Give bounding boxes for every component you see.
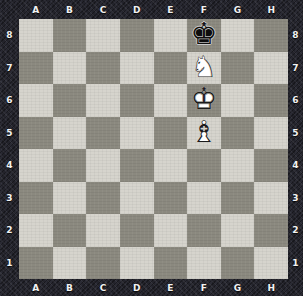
file-labels-top: ABCDEFGH: [19, 0, 288, 19]
file-label-a: A: [19, 279, 53, 296]
square-d8[interactable]: [120, 19, 154, 52]
square-g2[interactable]: [221, 214, 255, 247]
square-a7[interactable]: [19, 52, 53, 85]
square-c4[interactable]: [86, 149, 120, 182]
file-label-h: H: [254, 0, 288, 19]
rank-label-5: 5: [288, 117, 303, 150]
piece-white-king[interactable]: ♔: [190, 84, 217, 114]
file-label-a: A: [19, 0, 53, 19]
file-label-d: D: [120, 279, 154, 296]
square-a8[interactable]: [19, 19, 53, 52]
rank-label-2: 2: [0, 214, 19, 247]
file-label-f: F: [187, 279, 221, 296]
rank-label-6: 6: [0, 84, 19, 117]
square-c1[interactable]: [86, 247, 120, 280]
square-c7[interactable]: [86, 52, 120, 85]
file-label-g: G: [221, 0, 255, 19]
file-label-g: G: [221, 279, 255, 296]
square-b4[interactable]: [53, 149, 87, 182]
square-g5[interactable]: [221, 117, 255, 150]
square-e6[interactable]: [154, 84, 188, 117]
rank-label-1: 1: [0, 247, 19, 280]
rank-label-8: 8: [288, 19, 303, 52]
square-h3[interactable]: [254, 182, 288, 215]
square-e5[interactable]: [154, 117, 188, 150]
square-g6[interactable]: [221, 84, 255, 117]
square-h5[interactable]: [254, 117, 288, 150]
square-d2[interactable]: [120, 214, 154, 247]
square-g4[interactable]: [221, 149, 255, 182]
square-e3[interactable]: [154, 182, 188, 215]
square-a1[interactable]: [19, 247, 53, 280]
piece-white-king-fill: ♚: [190, 84, 217, 114]
rank-label-3: 3: [0, 182, 19, 215]
square-b2[interactable]: [53, 214, 87, 247]
square-c8[interactable]: [86, 19, 120, 52]
file-label-c: C: [86, 0, 120, 19]
square-f6-white-king[interactable]: ♚♔: [187, 84, 221, 117]
file-label-d: D: [120, 0, 154, 19]
square-a6[interactable]: [19, 84, 53, 117]
piece-white-bishop[interactable]: ♗: [190, 117, 217, 147]
rank-label-7: 7: [0, 52, 19, 85]
square-e8[interactable]: [154, 19, 188, 52]
rank-label-4: 4: [0, 149, 19, 182]
file-labels-bottom: ABCDEFGH: [19, 279, 288, 296]
square-h8[interactable]: [254, 19, 288, 52]
square-f5-white-bishop[interactable]: ♝♗: [187, 117, 221, 150]
square-f8-black-king[interactable]: ♚: [187, 19, 221, 52]
square-g1[interactable]: [221, 247, 255, 280]
rank-label-6: 6: [288, 84, 303, 117]
square-c2[interactable]: [86, 214, 120, 247]
square-h1[interactable]: [254, 247, 288, 280]
square-e1[interactable]: [154, 247, 188, 280]
square-b7[interactable]: [53, 52, 87, 85]
square-e2[interactable]: [154, 214, 188, 247]
square-b1[interactable]: [53, 247, 87, 280]
rank-label-7: 7: [288, 52, 303, 85]
rank-label-5: 5: [0, 117, 19, 150]
square-b8[interactable]: [53, 19, 87, 52]
square-c5[interactable]: [86, 117, 120, 150]
square-b6[interactable]: [53, 84, 87, 117]
square-h6[interactable]: [254, 84, 288, 117]
square-e7[interactable]: [154, 52, 188, 85]
file-label-e: E: [154, 0, 188, 19]
square-h2[interactable]: [254, 214, 288, 247]
square-d7[interactable]: [120, 52, 154, 85]
rank-label-1: 1: [288, 247, 303, 280]
square-a4[interactable]: [19, 149, 53, 182]
square-e4[interactable]: [154, 149, 188, 182]
square-a3[interactable]: [19, 182, 53, 215]
file-label-b: B: [53, 279, 87, 296]
piece-white-knight[interactable]: ♘: [190, 52, 217, 82]
square-f1[interactable]: [187, 247, 221, 280]
square-d5[interactable]: [120, 117, 154, 150]
square-g8[interactable]: [221, 19, 255, 52]
board: ♚♞♘♚♔♝♗: [19, 19, 288, 279]
square-c6[interactable]: [86, 84, 120, 117]
square-d4[interactable]: [120, 149, 154, 182]
rank-labels-left: 87654321: [0, 19, 19, 279]
square-f2[interactable]: [187, 214, 221, 247]
file-label-b: B: [53, 0, 87, 19]
square-g3[interactable]: [221, 182, 255, 215]
piece-black-king[interactable]: ♚: [190, 19, 217, 49]
square-f3[interactable]: [187, 182, 221, 215]
square-h4[interactable]: [254, 149, 288, 182]
square-b5[interactable]: [53, 117, 87, 150]
file-label-c: C: [86, 279, 120, 296]
rank-labels-right: 87654321: [288, 19, 303, 279]
chessboard-frame: ABCDEFGH ABCDEFGH 87654321 87654321 ♚♞♘♚…: [0, 0, 303, 296]
rank-label-4: 4: [288, 149, 303, 182]
file-label-f: F: [187, 0, 221, 19]
rank-label-3: 3: [288, 182, 303, 215]
square-f4[interactable]: [187, 149, 221, 182]
square-d3[interactable]: [120, 182, 154, 215]
rank-label-8: 8: [0, 19, 19, 52]
square-d6[interactable]: [120, 84, 154, 117]
square-c3[interactable]: [86, 182, 120, 215]
square-a5[interactable]: [19, 117, 53, 150]
square-a2[interactable]: [19, 214, 53, 247]
square-f7-white-knight[interactable]: ♞♘: [187, 52, 221, 85]
file-label-e: E: [154, 279, 188, 296]
square-b3[interactable]: [53, 182, 87, 215]
piece-white-bishop-fill: ♝: [190, 117, 217, 147]
square-d1[interactable]: [120, 247, 154, 280]
rank-label-2: 2: [288, 214, 303, 247]
piece-white-knight-fill: ♞: [190, 52, 217, 82]
file-label-h: H: [254, 279, 288, 296]
square-g7[interactable]: [221, 52, 255, 85]
square-h7[interactable]: [254, 52, 288, 85]
